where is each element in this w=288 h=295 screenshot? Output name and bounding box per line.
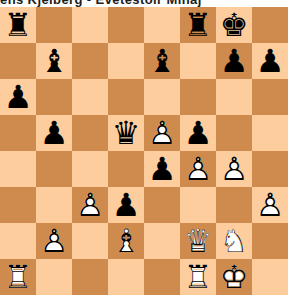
square-e5[interactable]: ♟♙	[144, 115, 180, 151]
square-h5[interactable]	[252, 115, 288, 151]
black-rook-a8[interactable]: ♜	[0, 7, 36, 43]
black-piece-glyph: ♜	[180, 7, 216, 43]
black-piece-glyph: ♟	[144, 151, 180, 187]
square-d3[interactable]: ♟	[108, 187, 144, 223]
square-a5[interactable]	[0, 115, 36, 151]
square-d8[interactable]	[108, 7, 144, 43]
square-c7[interactable]	[72, 43, 108, 79]
square-c8[interactable]	[72, 7, 108, 43]
square-g2[interactable]: ♞♘	[216, 223, 252, 259]
square-h4[interactable]	[252, 151, 288, 187]
square-f3[interactable]	[180, 187, 216, 223]
square-b2[interactable]: ♟♙	[36, 223, 72, 259]
square-g3[interactable]	[216, 187, 252, 223]
white-king-g1[interactable]: ♚♔	[216, 259, 252, 295]
white-piece-outline: ♙	[252, 187, 288, 223]
black-pawn-a6[interactable]: ♟	[0, 79, 36, 115]
black-pawn-b5[interactable]: ♟	[36, 115, 72, 151]
square-b4[interactable]	[36, 151, 72, 187]
square-h3[interactable]: ♟♙	[252, 187, 288, 223]
square-h2[interactable]	[252, 223, 288, 259]
black-piece-glyph: ♟	[216, 43, 252, 79]
white-pawn-g4[interactable]: ♟♙	[216, 151, 252, 187]
square-e3[interactable]	[144, 187, 180, 223]
square-b8[interactable]	[36, 7, 72, 43]
black-piece-glyph: ♝	[36, 43, 72, 79]
square-b6[interactable]	[36, 79, 72, 115]
square-a8[interactable]: ♜	[0, 7, 36, 43]
square-b1[interactable]	[36, 259, 72, 295]
black-pawn-e4[interactable]: ♟	[144, 151, 180, 187]
square-b3[interactable]	[36, 187, 72, 223]
white-piece-outline: ♙	[144, 115, 180, 151]
black-piece-glyph: ♟	[180, 115, 216, 151]
square-d5[interactable]: ♛	[108, 115, 144, 151]
square-a6[interactable]: ♟	[0, 79, 36, 115]
square-c4[interactable]	[72, 151, 108, 187]
square-f1[interactable]: ♜♖	[180, 259, 216, 295]
square-f4[interactable]: ♟♙	[180, 151, 216, 187]
white-rook-a1[interactable]: ♜♖	[0, 259, 36, 295]
white-pawn-c3[interactable]: ♟♙	[72, 187, 108, 223]
square-a7[interactable]	[0, 43, 36, 79]
white-piece-outline: ♙	[72, 187, 108, 223]
black-piece-glyph: ♟	[0, 79, 36, 115]
square-d4[interactable]	[108, 151, 144, 187]
black-piece-glyph: ♟	[108, 187, 144, 223]
square-e2[interactable]	[144, 223, 180, 259]
black-pawn-h7[interactable]: ♟	[252, 43, 288, 79]
square-e7[interactable]: ♝	[144, 43, 180, 79]
black-piece-glyph: ♝	[144, 43, 180, 79]
square-b7[interactable]: ♝	[36, 43, 72, 79]
square-e1[interactable]	[144, 259, 180, 295]
square-c2[interactable]	[72, 223, 108, 259]
square-c3[interactable]: ♟♙	[72, 187, 108, 223]
chess-board: ♜♜♚♝♝♟♟♟♟♛♟♙♟♟♟♙♟♙♟♙♟♟♙♟♙♝♗♛♕♞♘♜♖♜♖♚♔	[0, 7, 288, 295]
white-piece-outline: ♔	[216, 259, 252, 295]
black-piece-glyph: ♟	[36, 115, 72, 151]
white-rook-f1[interactable]: ♜♖	[180, 259, 216, 295]
square-e8[interactable]	[144, 7, 180, 43]
square-a2[interactable]	[0, 223, 36, 259]
square-h1[interactable]	[252, 259, 288, 295]
square-a3[interactable]	[0, 187, 36, 223]
square-g8[interactable]: ♚	[216, 7, 252, 43]
square-d6[interactable]	[108, 79, 144, 115]
white-piece-outline: ♖	[180, 259, 216, 295]
black-pawn-d3[interactable]: ♟	[108, 187, 144, 223]
white-piece-outline: ♘	[216, 223, 252, 259]
square-g7[interactable]: ♟	[216, 43, 252, 79]
black-piece-glyph: ♜	[0, 7, 36, 43]
white-piece-outline: ♙	[216, 151, 252, 187]
square-c1[interactable]	[72, 259, 108, 295]
square-b5[interactable]: ♟	[36, 115, 72, 151]
white-piece-outline: ♙	[180, 151, 216, 187]
square-e4[interactable]: ♟	[144, 151, 180, 187]
square-c5[interactable]	[72, 115, 108, 151]
black-piece-glyph: ♟	[252, 43, 288, 79]
black-rook-f8[interactable]: ♜	[180, 7, 216, 43]
square-g1[interactable]: ♚♔	[216, 259, 252, 295]
white-piece-outline: ♕	[180, 223, 216, 259]
black-queen-d5[interactable]: ♛	[108, 115, 144, 151]
square-g5[interactable]	[216, 115, 252, 151]
square-f6[interactable]	[180, 79, 216, 115]
black-bishop-b7[interactable]: ♝	[36, 43, 72, 79]
black-piece-glyph: ♚	[216, 7, 252, 43]
black-pawn-g7[interactable]: ♟	[216, 43, 252, 79]
square-d1[interactable]	[108, 259, 144, 295]
white-pawn-h3[interactable]: ♟♙	[252, 187, 288, 223]
black-bishop-e7[interactable]: ♝	[144, 43, 180, 79]
black-king-g8[interactable]: ♚	[216, 7, 252, 43]
white-queen-f2[interactable]: ♛♕	[180, 223, 216, 259]
square-e6[interactable]	[144, 79, 180, 115]
white-knight-g2[interactable]: ♞♘	[216, 223, 252, 259]
white-bishop-d2[interactable]: ♝♗	[108, 223, 144, 259]
square-a1[interactable]: ♜♖	[0, 259, 36, 295]
black-pawn-f5[interactable]: ♟	[180, 115, 216, 151]
square-d7[interactable]	[108, 43, 144, 79]
white-pawn-b2[interactable]: ♟♙	[36, 223, 72, 259]
square-g4[interactable]: ♟♙	[216, 151, 252, 187]
white-pawn-f4[interactable]: ♟♙	[180, 151, 216, 187]
white-piece-outline: ♗	[108, 223, 144, 259]
white-piece-outline: ♙	[36, 223, 72, 259]
white-piece-outline: ♖	[0, 259, 36, 295]
square-g6[interactable]	[216, 79, 252, 115]
square-h7[interactable]: ♟	[252, 43, 288, 79]
square-c6[interactable]	[72, 79, 108, 115]
square-h8[interactable]	[252, 7, 288, 43]
square-a4[interactable]	[0, 151, 36, 187]
square-f8[interactable]: ♜	[180, 7, 216, 43]
square-f7[interactable]	[180, 43, 216, 79]
square-h6[interactable]	[252, 79, 288, 115]
square-f5[interactable]: ♟	[180, 115, 216, 151]
black-piece-glyph: ♛	[108, 115, 144, 151]
square-f2[interactable]: ♛♕	[180, 223, 216, 259]
white-pawn-e5[interactable]: ♟♙	[144, 115, 180, 151]
square-d2[interactable]: ♝♗	[108, 223, 144, 259]
